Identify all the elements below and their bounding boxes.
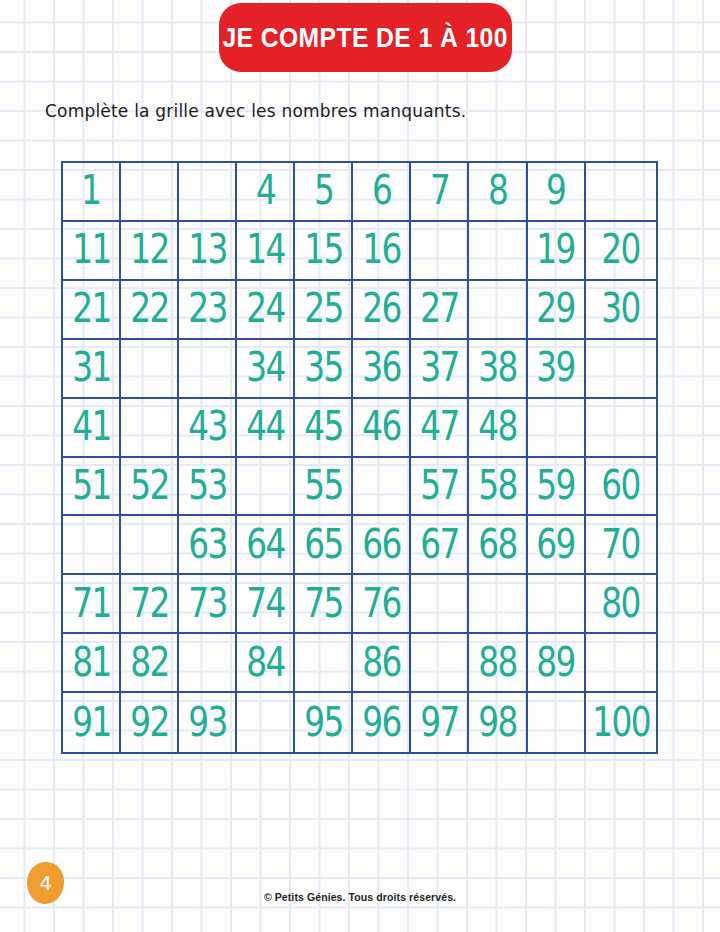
cell-number: 66 — [362, 524, 400, 566]
grid-cell-r8c9[interactable] — [528, 575, 586, 634]
grid-cell-r8c5: 75 — [295, 575, 353, 634]
cell-number: 93 — [188, 702, 226, 744]
cell-number: 95 — [304, 702, 342, 744]
cell-number: 20 — [602, 229, 640, 271]
cell-number: 96 — [362, 702, 400, 744]
grid-cell-r3c7: 27 — [411, 281, 469, 340]
grid-cell-r10c4[interactable] — [237, 693, 295, 752]
grid-cell-r2c1: 11 — [63, 222, 121, 281]
cell-number: 68 — [478, 524, 516, 566]
grid-cell-r4c5: 35 — [295, 340, 353, 399]
grid-cell-r1c10[interactable] — [586, 163, 656, 222]
cell-number: 91 — [72, 702, 110, 744]
grid-cell-r2c8[interactable] — [469, 222, 527, 281]
grid-cell-r2c7[interactable] — [411, 222, 469, 281]
cell-number: 13 — [188, 229, 226, 271]
grid-cell-r1c2[interactable] — [121, 163, 179, 222]
grid-cell-r7c9: 69 — [528, 516, 586, 575]
cell-number: 16 — [362, 229, 400, 271]
grid-cell-r4c10[interactable] — [586, 340, 656, 399]
grid-cell-r8c3: 73 — [179, 575, 237, 634]
grid-cell-r2c5: 15 — [295, 222, 353, 281]
grid-cell-r7c7: 67 — [411, 516, 469, 575]
grid-cell-r5c3: 43 — [179, 399, 237, 458]
grid-cell-r9c10[interactable] — [586, 634, 656, 693]
cell-number: 72 — [130, 583, 168, 625]
grid-cell-r7c1[interactable] — [63, 516, 121, 575]
grid-cell-r4c8: 38 — [469, 340, 527, 399]
grid-cell-r7c5: 65 — [295, 516, 353, 575]
grid-cell-r6c3: 53 — [179, 458, 237, 517]
grid-cell-r3c10: 30 — [586, 281, 656, 340]
grid-cell-r5c1: 41 — [63, 399, 121, 458]
grid-cell-r6c7: 57 — [411, 458, 469, 517]
cell-number: 34 — [246, 347, 284, 389]
grid-cell-r4c2[interactable] — [121, 340, 179, 399]
grid-cell-r8c6: 76 — [353, 575, 411, 634]
cell-number: 65 — [304, 524, 342, 566]
grid-cell-r4c1: 31 — [63, 340, 121, 399]
grid-cell-r10c2: 92 — [121, 693, 179, 752]
cell-number: 12 — [130, 229, 168, 271]
cell-number: 69 — [536, 524, 574, 566]
title-banner-text: JE COMPTE DE 1 À 100 — [223, 22, 508, 54]
grid-cell-r1c7: 7 — [411, 163, 469, 222]
cell-number: 71 — [72, 583, 110, 625]
grid-cell-r4c7: 37 — [411, 340, 469, 399]
grid-cell-r5c9[interactable] — [528, 399, 586, 458]
grid-cell-r1c8: 8 — [469, 163, 527, 222]
cell-number: 9 — [546, 170, 565, 212]
grid-cell-r9c6: 86 — [353, 634, 411, 693]
grid-cell-r6c2: 52 — [121, 458, 179, 517]
grid-cell-r9c7[interactable] — [411, 634, 469, 693]
grid-cell-r7c6: 66 — [353, 516, 411, 575]
grid-cell-r8c10: 80 — [586, 575, 656, 634]
cell-number: 100 — [592, 702, 650, 744]
grid-cell-r5c8: 48 — [469, 399, 527, 458]
cell-number: 58 — [478, 465, 516, 507]
cell-number: 8 — [488, 170, 507, 212]
grid-cell-r10c8: 98 — [469, 693, 527, 752]
grid-cell-r1c4: 4 — [237, 163, 295, 222]
cell-number: 14 — [246, 229, 284, 271]
grid-cell-r7c3: 63 — [179, 516, 237, 575]
grid-cell-r6c8: 58 — [469, 458, 527, 517]
grid-cell-r9c5[interactable] — [295, 634, 353, 693]
grid-cell-r6c10: 60 — [586, 458, 656, 517]
grid-cell-r9c8: 88 — [469, 634, 527, 693]
grid-cell-r5c4: 44 — [237, 399, 295, 458]
grid-cell-r4c9: 39 — [528, 340, 586, 399]
grid-cell-r3c4: 24 — [237, 281, 295, 340]
grid-cell-r3c2: 22 — [121, 281, 179, 340]
cell-number: 6 — [372, 170, 391, 212]
cell-number: 26 — [362, 288, 400, 330]
grid-cell-r1c5: 5 — [295, 163, 353, 222]
grid-cell-r5c2[interactable] — [121, 399, 179, 458]
cell-number: 53 — [188, 465, 226, 507]
cell-number: 81 — [72, 642, 110, 684]
grid-cell-r10c3: 93 — [179, 693, 237, 752]
cell-number: 31 — [72, 347, 110, 389]
grid-cell-r8c4: 74 — [237, 575, 295, 634]
cell-number: 41 — [72, 406, 110, 448]
cell-number: 75 — [304, 583, 342, 625]
cell-number: 63 — [188, 524, 226, 566]
grid-cell-r7c8: 68 — [469, 516, 527, 575]
instruction-text: Complète la grille avec les nombres manq… — [45, 101, 466, 121]
cell-number: 57 — [420, 465, 458, 507]
grid-cell-r8c7[interactable] — [411, 575, 469, 634]
cell-number: 52 — [130, 465, 168, 507]
cell-number: 27 — [420, 288, 458, 330]
title-banner: JE COMPTE DE 1 À 100 — [219, 3, 512, 72]
grid-cell-r6c5: 55 — [295, 458, 353, 517]
cell-number: 84 — [246, 642, 284, 684]
cell-number: 21 — [72, 288, 110, 330]
grid-cell-r3c9: 29 — [528, 281, 586, 340]
cell-number: 48 — [478, 406, 516, 448]
grid-cell-r1c6: 6 — [353, 163, 411, 222]
cell-number: 97 — [420, 702, 458, 744]
grid-cell-r7c2[interactable] — [121, 516, 179, 575]
cell-number: 64 — [246, 524, 284, 566]
grid-cell-r8c1: 71 — [63, 575, 121, 634]
cell-number: 44 — [246, 406, 284, 448]
grid-cell-r6c6[interactable] — [353, 458, 411, 517]
cell-number: 98 — [478, 702, 516, 744]
cell-number: 67 — [420, 524, 458, 566]
cell-number: 4 — [256, 170, 275, 212]
grid-cell-r10c9[interactable] — [528, 693, 586, 752]
cell-number: 74 — [246, 583, 284, 625]
cell-number: 55 — [304, 465, 342, 507]
grid-cell-r2c6: 16 — [353, 222, 411, 281]
grid-cell-r10c6: 96 — [353, 693, 411, 752]
grid-cell-r6c4[interactable] — [237, 458, 295, 517]
grid-cell-r2c10: 20 — [586, 222, 656, 281]
cell-number: 29 — [536, 288, 574, 330]
grid-cell-r1c9: 9 — [528, 163, 586, 222]
cell-number: 76 — [362, 583, 400, 625]
cell-number: 60 — [602, 465, 640, 507]
cell-number: 82 — [130, 642, 168, 684]
grid-cell-r8c2: 72 — [121, 575, 179, 634]
cell-number: 73 — [188, 583, 226, 625]
copyright-text: © Petits Génies. Tous droits réservés. — [0, 891, 720, 903]
cell-number: 92 — [130, 702, 168, 744]
grid-cell-r2c2: 12 — [121, 222, 179, 281]
grid-cell-r2c9: 19 — [528, 222, 586, 281]
number-grid: 1456789111213141516192021222324252627293… — [61, 161, 658, 754]
grid-cell-r3c5: 25 — [295, 281, 353, 340]
grid-cell-r10c10: 100 — [586, 693, 656, 752]
cell-number: 80 — [602, 583, 640, 625]
grid-cell-r7c10: 70 — [586, 516, 656, 575]
cell-number: 23 — [188, 288, 226, 330]
grid-cell-r9c4: 84 — [237, 634, 295, 693]
grid-cell-r2c4: 14 — [237, 222, 295, 281]
cell-number: 37 — [420, 347, 458, 389]
grid-cell-r3c8[interactable] — [469, 281, 527, 340]
cell-number: 89 — [536, 642, 574, 684]
grid-cell-r2c3: 13 — [179, 222, 237, 281]
grid-cell-r5c7: 47 — [411, 399, 469, 458]
cell-number: 35 — [304, 347, 342, 389]
cell-number: 43 — [188, 406, 226, 448]
grid-cell-r3c1: 21 — [63, 281, 121, 340]
cell-number: 30 — [602, 288, 640, 330]
grid-cell-r5c5: 45 — [295, 399, 353, 458]
cell-number: 24 — [246, 288, 284, 330]
cell-number: 70 — [602, 524, 640, 566]
cell-number: 36 — [362, 347, 400, 389]
grid-cell-r4c6: 36 — [353, 340, 411, 399]
grid-cell-r7c4: 64 — [237, 516, 295, 575]
cell-number: 86 — [362, 642, 400, 684]
grid-cell-r1c1: 1 — [63, 163, 121, 222]
grid-cell-r6c1: 51 — [63, 458, 121, 517]
cell-number: 38 — [478, 347, 516, 389]
grid-cell-r3c3: 23 — [179, 281, 237, 340]
cell-number: 47 — [420, 406, 458, 448]
cell-number: 19 — [536, 229, 574, 271]
grid-cell-r10c1: 91 — [63, 693, 121, 752]
cell-number: 45 — [304, 406, 342, 448]
grid-cell-r3c6: 26 — [353, 281, 411, 340]
grid-cell-r9c9: 89 — [528, 634, 586, 693]
cell-number: 51 — [72, 465, 110, 507]
cell-number: 88 — [478, 642, 516, 684]
grid-cell-r4c4: 34 — [237, 340, 295, 399]
cell-number: 25 — [304, 288, 342, 330]
cell-number: 15 — [304, 229, 342, 271]
grid-cell-r1c3[interactable] — [179, 163, 237, 222]
grid-cell-r9c1: 81 — [63, 634, 121, 693]
cell-number: 59 — [536, 465, 574, 507]
grid-cell-r5c10[interactable] — [586, 399, 656, 458]
cell-number: 11 — [72, 229, 110, 271]
cell-number: 1 — [81, 170, 100, 212]
cell-number: 46 — [362, 406, 400, 448]
grid-cell-r10c7: 97 — [411, 693, 469, 752]
grid-cell-r8c8[interactable] — [469, 575, 527, 634]
grid-cell-r9c3[interactable] — [179, 634, 237, 693]
cell-number: 7 — [430, 170, 449, 212]
grid-cell-r4c3[interactable] — [179, 340, 237, 399]
cell-number: 22 — [130, 288, 168, 330]
grid-cell-r5c6: 46 — [353, 399, 411, 458]
grid-cell-r6c9: 59 — [528, 458, 586, 517]
grid-cell-r10c5: 95 — [295, 693, 353, 752]
grid-cell-r9c2: 82 — [121, 634, 179, 693]
cell-number: 39 — [536, 347, 574, 389]
cell-number: 5 — [314, 170, 333, 212]
